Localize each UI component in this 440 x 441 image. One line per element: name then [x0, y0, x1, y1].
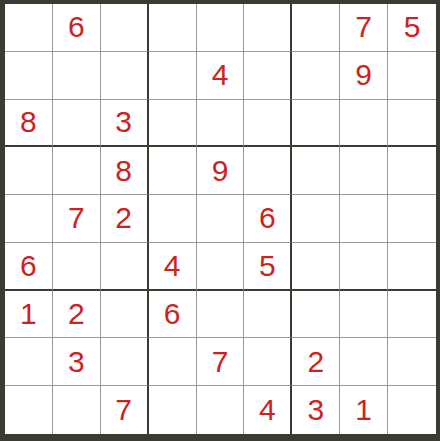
sudoku-cell-r7c5[interactable]: [197, 291, 245, 339]
sudoku-cell-r4c4[interactable]: [149, 147, 197, 195]
sudoku-cell-r7c4[interactable]: 6: [149, 291, 197, 339]
sudoku-cell-r7c9[interactable]: [388, 291, 436, 339]
given-digit: 1: [20, 299, 37, 329]
given-digit: 2: [68, 299, 85, 329]
sudoku-cell-r5c9[interactable]: [388, 195, 436, 243]
sudoku-cell-r9c7[interactable]: 3: [292, 386, 340, 434]
given-digit: 5: [259, 251, 276, 281]
sudoku-cell-r8c6[interactable]: [244, 338, 292, 386]
sudoku-board: 6754983897266451263727431: [0, 0, 440, 441]
sudoku-cell-r4c9[interactable]: [388, 147, 436, 195]
sudoku-cell-r6c2[interactable]: [53, 243, 101, 291]
sudoku-cell-r5c2[interactable]: 7: [53, 195, 101, 243]
sudoku-cell-r2c3[interactable]: [101, 52, 149, 100]
sudoku-cell-r9c1[interactable]: [5, 386, 53, 434]
sudoku-cell-r1c9[interactable]: 5: [388, 4, 436, 52]
sudoku-cell-r7c7[interactable]: [292, 291, 340, 339]
sudoku-cell-r4c8[interactable]: [340, 147, 388, 195]
sudoku-cell-r7c2[interactable]: 2: [53, 291, 101, 339]
sudoku-cell-r5c4[interactable]: [149, 195, 197, 243]
sudoku-cell-r2c9[interactable]: [388, 52, 436, 100]
given-digit: 7: [68, 203, 85, 233]
sudoku-cell-r4c6[interactable]: [244, 147, 292, 195]
given-digit: 9: [355, 60, 372, 90]
given-digit: 8: [20, 107, 37, 137]
sudoku-cell-r5c7[interactable]: [292, 195, 340, 243]
sudoku-cell-r1c1[interactable]: [5, 4, 53, 52]
sudoku-cell-r2c8[interactable]: 9: [340, 52, 388, 100]
sudoku-cell-r9c6[interactable]: 4: [244, 386, 292, 434]
sudoku-cell-r9c2[interactable]: [53, 386, 101, 434]
sudoku-cell-r2c5[interactable]: 4: [197, 52, 245, 100]
given-digit: 4: [212, 60, 229, 90]
given-digit: 6: [164, 299, 181, 329]
sudoku-cell-r3c2[interactable]: [53, 100, 101, 148]
given-digit: 7: [212, 347, 229, 377]
given-digit: 7: [115, 395, 132, 425]
sudoku-cell-r1c6[interactable]: [244, 4, 292, 52]
sudoku-cell-r2c2[interactable]: [53, 52, 101, 100]
sudoku-cell-r2c6[interactable]: [244, 52, 292, 100]
sudoku-cell-r7c8[interactable]: [340, 291, 388, 339]
sudoku-cell-r8c1[interactable]: [5, 338, 53, 386]
sudoku-cell-r8c9[interactable]: [388, 338, 436, 386]
sudoku-cell-r2c7[interactable]: [292, 52, 340, 100]
sudoku-cell-r4c5[interactable]: 9: [197, 147, 245, 195]
sudoku-cell-r6c9[interactable]: [388, 243, 436, 291]
sudoku-cell-r1c8[interactable]: 7: [340, 4, 388, 52]
given-digit: 1: [355, 395, 372, 425]
sudoku-cell-r5c5[interactable]: [197, 195, 245, 243]
sudoku-cell-r5c3[interactable]: 2: [101, 195, 149, 243]
sudoku-cell-r8c2[interactable]: 3: [53, 338, 101, 386]
given-digit: 7: [355, 12, 372, 42]
sudoku-cell-r6c3[interactable]: [101, 243, 149, 291]
sudoku-cell-r6c8[interactable]: [340, 243, 388, 291]
sudoku-cell-r7c3[interactable]: [101, 291, 149, 339]
given-digit: 6: [259, 203, 276, 233]
sudoku-cell-r6c5[interactable]: [197, 243, 245, 291]
sudoku-cell-r9c9[interactable]: [388, 386, 436, 434]
given-digit: 3: [307, 395, 324, 425]
sudoku-cell-r9c3[interactable]: 7: [101, 386, 149, 434]
sudoku-cell-r3c6[interactable]: [244, 100, 292, 148]
sudoku-cell-r6c6[interactable]: 5: [244, 243, 292, 291]
sudoku-cell-r6c4[interactable]: 4: [149, 243, 197, 291]
sudoku-cell-r1c4[interactable]: [149, 4, 197, 52]
sudoku-cell-r2c4[interactable]: [149, 52, 197, 100]
sudoku-cell-r3c7[interactable]: [292, 100, 340, 148]
sudoku-cell-r3c3[interactable]: 3: [101, 100, 149, 148]
sudoku-cell-r3c1[interactable]: 8: [5, 100, 53, 148]
sudoku-cell-r9c4[interactable]: [149, 386, 197, 434]
sudoku-cell-r8c8[interactable]: [340, 338, 388, 386]
sudoku-cell-r6c7[interactable]: [292, 243, 340, 291]
sudoku-cell-r4c3[interactable]: 8: [101, 147, 149, 195]
sudoku-cell-r3c9[interactable]: [388, 100, 436, 148]
given-digit: 3: [115, 107, 132, 137]
sudoku-cell-r4c2[interactable]: [53, 147, 101, 195]
given-digit: 2: [115, 203, 132, 233]
sudoku-cell-r4c7[interactable]: [292, 147, 340, 195]
sudoku-cell-r1c3[interactable]: [101, 4, 149, 52]
sudoku-cell-r1c5[interactable]: [197, 4, 245, 52]
sudoku-cell-r6c1[interactable]: 6: [5, 243, 53, 291]
sudoku-cell-r3c8[interactable]: [340, 100, 388, 148]
sudoku-cell-r1c2[interactable]: 6: [53, 4, 101, 52]
sudoku-cell-r2c1[interactable]: [5, 52, 53, 100]
sudoku-cell-r8c3[interactable]: [101, 338, 149, 386]
sudoku-cell-r7c1[interactable]: 1: [5, 291, 53, 339]
given-digit: 3: [68, 347, 85, 377]
sudoku-cell-r5c1[interactable]: [5, 195, 53, 243]
sudoku-cell-r9c5[interactable]: [197, 386, 245, 434]
sudoku-cell-r5c6[interactable]: 6: [244, 195, 292, 243]
sudoku-cell-r9c8[interactable]: 1: [340, 386, 388, 434]
sudoku-cell-r1c7[interactable]: [292, 4, 340, 52]
sudoku-cell-r8c7[interactable]: 2: [292, 338, 340, 386]
sudoku-cell-r7c6[interactable]: [244, 291, 292, 339]
sudoku-cell-r4c1[interactable]: [5, 147, 53, 195]
sudoku-cell-r8c5[interactable]: 7: [197, 338, 245, 386]
given-digit: 6: [68, 12, 85, 42]
given-digit: 5: [404, 12, 421, 42]
given-digit: 4: [164, 251, 181, 281]
given-digit: 2: [307, 347, 324, 377]
sudoku-cell-r3c4[interactable]: [149, 100, 197, 148]
given-digit: 6: [20, 251, 37, 281]
given-digit: 8: [115, 156, 132, 186]
sudoku-cell-r5c8[interactable]: [340, 195, 388, 243]
sudoku-cell-r8c4[interactable]: [149, 338, 197, 386]
sudoku-cell-r3c5[interactable]: [197, 100, 245, 148]
given-digit: 9: [212, 156, 229, 186]
given-digit: 4: [259, 395, 276, 425]
